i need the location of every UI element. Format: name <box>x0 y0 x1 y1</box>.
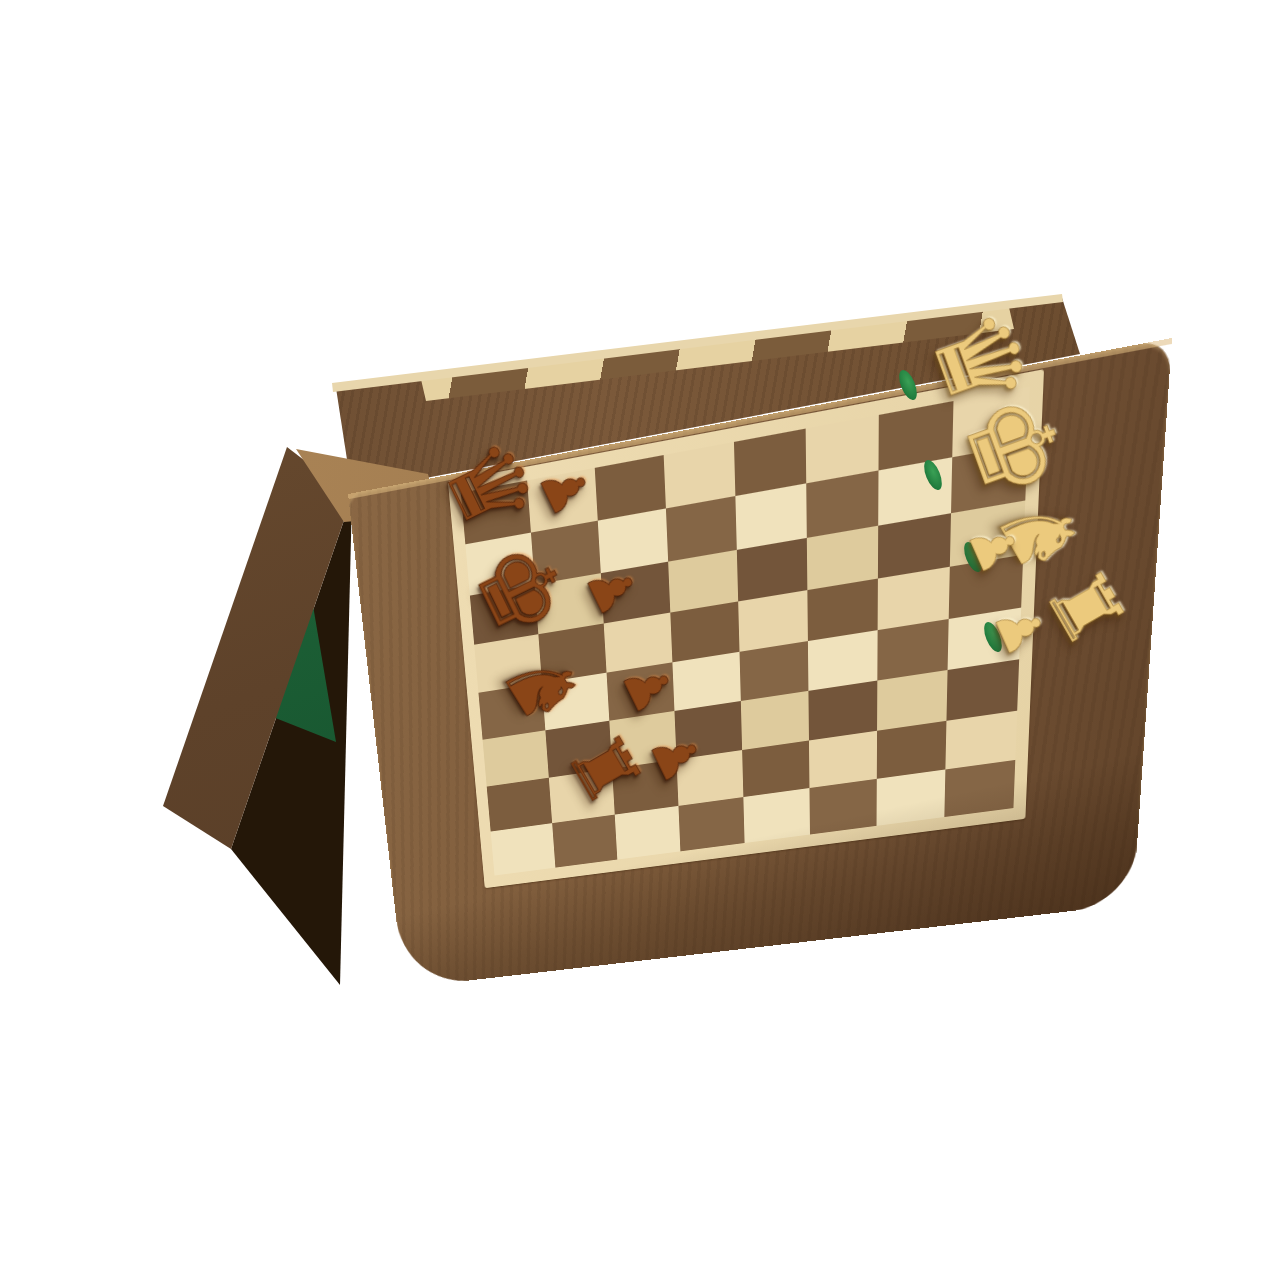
product-photo-stage: ♛♟♚♟♞♟♜♟♛♚♞♟♜♟ <box>0 0 1280 1280</box>
